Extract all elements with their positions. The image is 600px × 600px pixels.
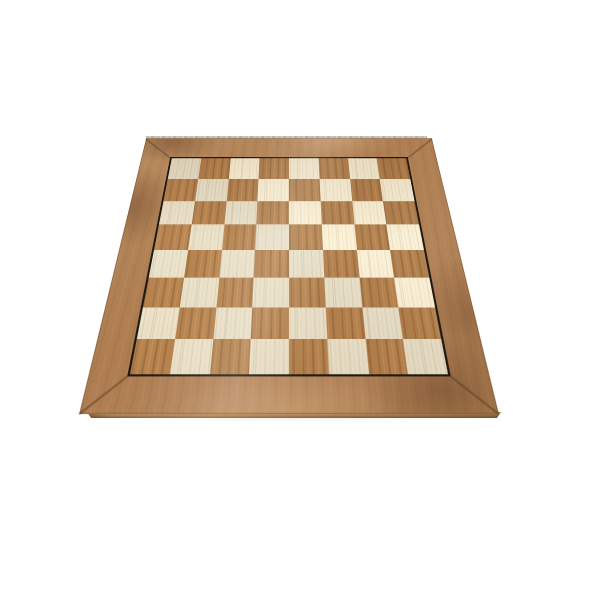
square-a5: [154, 225, 191, 250]
square-a2: [137, 307, 180, 339]
square-b5: [188, 225, 224, 250]
square-f6: [320, 201, 354, 225]
square-b2: [175, 307, 216, 339]
square-g7: [350, 179, 384, 201]
square-d2: [251, 307, 289, 339]
square-c8: [228, 158, 259, 179]
square-g6: [352, 201, 387, 225]
square-h5: [387, 225, 424, 250]
square-f2: [326, 307, 366, 339]
square-f4: [323, 250, 359, 277]
square-e5: [289, 225, 323, 250]
frame-miter-joint-bottom-right: [450, 375, 499, 414]
square-a8: [168, 158, 201, 179]
square-c5: [222, 225, 257, 250]
square-e8: [289, 158, 319, 179]
square-c1: [210, 339, 251, 374]
square-d3: [252, 277, 289, 307]
playing-area: [127, 157, 451, 376]
square-f7: [319, 179, 351, 201]
board-frame: [79, 138, 499, 414]
square-h4: [390, 250, 429, 277]
square-d1: [249, 339, 289, 374]
square-h7: [380, 179, 415, 201]
square-g1: [365, 339, 408, 374]
square-f1: [327, 339, 368, 374]
square-a3: [143, 277, 184, 307]
chess-board: [79, 138, 499, 414]
square-e6: [289, 201, 322, 225]
square-b7: [195, 179, 229, 201]
square-e4: [289, 250, 324, 277]
square-g2: [362, 307, 403, 339]
square-e7: [289, 179, 320, 201]
square-e1: [289, 339, 329, 374]
square-d5: [255, 225, 289, 250]
square-h8: [377, 158, 410, 179]
square-g8: [348, 158, 380, 179]
square-b3: [179, 277, 218, 307]
square-g5: [354, 225, 390, 250]
square-e3: [289, 277, 326, 307]
square-c7: [226, 179, 258, 201]
frame-miter-joint-bottom-left: [79, 375, 128, 414]
square-e2: [289, 307, 327, 339]
square-f8: [318, 158, 349, 179]
square-b4: [184, 250, 222, 277]
square-a6: [159, 201, 195, 225]
square-f3: [324, 277, 362, 307]
square-a7: [163, 179, 198, 201]
square-f5: [322, 225, 357, 250]
board-grid: [130, 158, 448, 374]
frame-miter-joint-top-left: [146, 138, 171, 158]
square-b6: [191, 201, 226, 225]
square-h3: [394, 277, 435, 307]
square-a1: [130, 339, 175, 374]
square-d4: [254, 250, 289, 277]
frame-miter-joint-top-right: [407, 138, 432, 158]
square-d7: [258, 179, 289, 201]
square-c2: [213, 307, 253, 339]
square-d6: [256, 201, 289, 225]
square-g3: [359, 277, 398, 307]
square-b1: [170, 339, 213, 374]
square-c4: [219, 250, 255, 277]
square-c6: [224, 201, 258, 225]
square-h2: [399, 307, 442, 339]
square-d8: [259, 158, 289, 179]
square-b8: [198, 158, 230, 179]
square-h6: [383, 201, 419, 225]
square-h1: [403, 339, 448, 374]
square-g4: [357, 250, 395, 277]
square-a4: [149, 250, 188, 277]
square-c3: [216, 277, 254, 307]
photo-canvas: [0, 0, 600, 600]
